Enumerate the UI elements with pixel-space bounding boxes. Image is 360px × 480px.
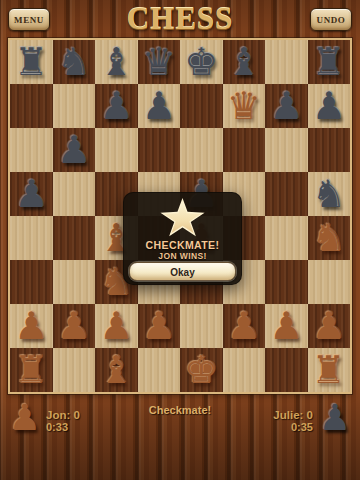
square-e7[interactable] (180, 84, 223, 128)
square-b5[interactable] (53, 172, 96, 216)
star-icon (160, 198, 206, 240)
piece-white-q-f7: ♛ (223, 84, 266, 128)
piece-white-p-h2: ♟ (308, 304, 351, 348)
square-c2[interactable]: ♟ (95, 304, 138, 348)
square-f2[interactable]: ♟ (223, 304, 266, 348)
white-pawn-icon: ♟ (6, 396, 44, 440)
square-b3[interactable] (53, 260, 96, 304)
piece-black-b-f8: ♝ (223, 40, 266, 84)
piece-white-p-d2: ♟ (138, 304, 181, 348)
square-b2[interactable]: ♟ (53, 304, 96, 348)
square-a7[interactable] (10, 84, 53, 128)
square-e2[interactable] (180, 304, 223, 348)
square-d6[interactable] (138, 128, 181, 172)
piece-white-p-c2: ♟ (95, 304, 138, 348)
player-right-time: 0:35 (273, 421, 313, 433)
piece-black-n-h5: ♞ (308, 172, 351, 216)
piece-white-r-a1: ♜ (10, 348, 53, 392)
square-a4[interactable] (10, 216, 53, 260)
square-h7[interactable]: ♟ (308, 84, 351, 128)
square-h1[interactable]: ♜ (308, 348, 351, 392)
square-b4[interactable] (53, 216, 96, 260)
square-h8[interactable]: ♜ (308, 40, 351, 84)
square-c1[interactable]: ♝ (95, 348, 138, 392)
dialog-title: CHECKMATE! (123, 239, 242, 251)
piece-white-p-g2: ♟ (265, 304, 308, 348)
square-g5[interactable] (265, 172, 308, 216)
square-b6[interactable]: ♟ (53, 128, 96, 172)
player-left-time: 0:33 (46, 421, 80, 433)
piece-black-p-h7: ♟ (308, 84, 351, 128)
undo-button[interactable]: UNDO (310, 8, 352, 31)
square-f8[interactable]: ♝ (223, 40, 266, 84)
square-d1[interactable] (138, 348, 181, 392)
square-g4[interactable] (265, 216, 308, 260)
square-f7[interactable]: ♛ (223, 84, 266, 128)
square-c7[interactable]: ♟ (95, 84, 138, 128)
square-e1[interactable]: ♚ (180, 348, 223, 392)
square-e8[interactable]: ♚ (180, 40, 223, 84)
square-c8[interactable]: ♝ (95, 40, 138, 84)
piece-white-n-h4: ♞ (308, 216, 351, 260)
square-b8[interactable]: ♞ (53, 40, 96, 84)
square-f6[interactable] (223, 128, 266, 172)
square-a5[interactable]: ♟ (10, 172, 53, 216)
piece-white-p-b2: ♟ (53, 304, 96, 348)
piece-black-p-d7: ♟ (138, 84, 181, 128)
okay-button[interactable]: Okay (129, 262, 236, 281)
player-right-score: Julie: 0 (273, 409, 313, 421)
piece-black-p-a5: ♟ (10, 172, 53, 216)
piece-black-p-g7: ♟ (265, 84, 308, 128)
square-b7[interactable] (53, 84, 96, 128)
square-d8[interactable]: ♛ (138, 40, 181, 84)
square-h2[interactable]: ♟ (308, 304, 351, 348)
piece-white-k-e1: ♚ (180, 348, 223, 392)
square-g8[interactable] (265, 40, 308, 84)
piece-black-q-d8: ♛ (138, 40, 181, 84)
piece-white-b-c1: ♝ (95, 348, 138, 392)
dialog-subtitle: JON WINS! (123, 251, 242, 261)
piece-black-b-c8: ♝ (95, 40, 138, 84)
square-a1[interactable]: ♜ (10, 348, 53, 392)
square-b1[interactable] (53, 348, 96, 392)
piece-white-p-f2: ♟ (223, 304, 266, 348)
square-a2[interactable]: ♟ (10, 304, 53, 348)
square-f1[interactable] (223, 348, 266, 392)
square-h6[interactable] (308, 128, 351, 172)
square-h4[interactable]: ♞ (308, 216, 351, 260)
square-g6[interactable] (265, 128, 308, 172)
piece-black-r-h8: ♜ (308, 40, 351, 84)
piece-black-r-a8: ♜ (10, 40, 53, 84)
piece-white-p-a2: ♟ (10, 304, 53, 348)
square-g7[interactable]: ♟ (265, 84, 308, 128)
square-h3[interactable] (308, 260, 351, 304)
square-g3[interactable] (265, 260, 308, 304)
square-d2[interactable]: ♟ (138, 304, 181, 348)
square-d7[interactable]: ♟ (138, 84, 181, 128)
app-title: CHESS (0, 1, 360, 37)
piece-black-k-e8: ♚ (180, 40, 223, 84)
piece-black-p-c7: ♟ (95, 84, 138, 128)
square-g2[interactable]: ♟ (265, 304, 308, 348)
square-c6[interactable] (95, 128, 138, 172)
square-a8[interactable]: ♜ (10, 40, 53, 84)
square-a6[interactable] (10, 128, 53, 172)
checkmate-dialog: CHECKMATE! JON WINS! Okay (123, 192, 242, 285)
square-h5[interactable]: ♞ (308, 172, 351, 216)
piece-black-n-b8: ♞ (53, 40, 96, 84)
piece-black-p-b6: ♟ (53, 128, 96, 172)
square-g1[interactable] (265, 348, 308, 392)
piece-white-r-h1: ♜ (308, 348, 351, 392)
square-e6[interactable] (180, 128, 223, 172)
black-pawn-icon: ♟ (316, 396, 354, 440)
square-a3[interactable] (10, 260, 53, 304)
player-right-info: Julie: 0 0:35 (273, 409, 313, 433)
